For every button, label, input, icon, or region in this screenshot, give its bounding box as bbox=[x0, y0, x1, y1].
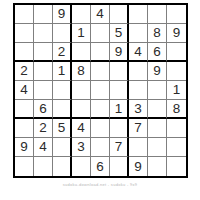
cell-r2c7[interactable] bbox=[129, 24, 148, 43]
cell-r6c4[interactable] bbox=[72, 100, 91, 119]
given-digit: 3 bbox=[134, 102, 142, 116]
cell-r7c3[interactable]: 5 bbox=[53, 119, 72, 138]
given-digit: 4 bbox=[77, 121, 85, 135]
cell-r1c6[interactable] bbox=[110, 5, 129, 24]
cell-r4c3[interactable]: 1 bbox=[53, 62, 72, 81]
cell-r5c7[interactable] bbox=[129, 81, 148, 100]
cell-r9c5[interactable]: 6 bbox=[91, 157, 110, 176]
given-digit: 4 bbox=[96, 7, 104, 21]
cell-r7c8[interactable] bbox=[148, 119, 167, 138]
cell-r7c1[interactable] bbox=[15, 119, 34, 138]
given-digit: 4 bbox=[134, 45, 142, 59]
given-digit: 9 bbox=[134, 160, 142, 174]
cell-r2c6[interactable]: 5 bbox=[110, 24, 129, 43]
given-digit: 1 bbox=[173, 83, 181, 97]
given-digit: 7 bbox=[134, 121, 142, 135]
cell-r3c1[interactable] bbox=[15, 43, 34, 62]
cell-r4c5[interactable] bbox=[91, 62, 110, 81]
cell-r5c8[interactable] bbox=[148, 81, 167, 100]
cell-r4c7[interactable] bbox=[129, 62, 148, 81]
given-digit: 1 bbox=[115, 102, 123, 116]
cell-r3c3[interactable]: 2 bbox=[53, 43, 72, 62]
cell-r1c5[interactable]: 4 bbox=[91, 5, 110, 24]
given-digit: 7 bbox=[115, 140, 123, 154]
given-digit: 9 bbox=[20, 140, 28, 154]
cell-r8c5[interactable] bbox=[91, 138, 110, 157]
cell-r1c8[interactable] bbox=[148, 5, 167, 24]
given-digit: 9 bbox=[115, 45, 123, 59]
cell-r1c9[interactable] bbox=[167, 5, 186, 24]
cell-r3c9[interactable] bbox=[167, 43, 186, 62]
cell-r7c2[interactable]: 2 bbox=[34, 119, 53, 138]
given-digit: 8 bbox=[77, 64, 85, 78]
cell-r8c6[interactable]: 7 bbox=[110, 138, 129, 157]
cell-r7c9[interactable] bbox=[167, 119, 186, 138]
cell-r9c2[interactable] bbox=[34, 157, 53, 176]
cell-r4c1[interactable]: 2 bbox=[15, 62, 34, 81]
cell-r6c8[interactable] bbox=[148, 100, 167, 119]
cell-r7c4[interactable]: 4 bbox=[72, 119, 91, 138]
cell-r9c7[interactable]: 9 bbox=[129, 157, 148, 176]
cell-r3c6[interactable]: 9 bbox=[110, 43, 129, 62]
cell-r2c3[interactable] bbox=[53, 24, 72, 43]
cell-r3c7[interactable]: 4 bbox=[129, 43, 148, 62]
cell-r2c9[interactable]: 9 bbox=[167, 24, 186, 43]
cell-r9c6[interactable] bbox=[110, 157, 129, 176]
cell-r8c8[interactable] bbox=[148, 138, 167, 157]
given-digit: 2 bbox=[58, 45, 66, 59]
cell-r9c4[interactable] bbox=[72, 157, 91, 176]
cell-r5c9[interactable]: 1 bbox=[167, 81, 186, 100]
given-digit: 6 bbox=[39, 102, 47, 116]
cell-r9c8[interactable] bbox=[148, 157, 167, 176]
cell-r1c7[interactable] bbox=[129, 5, 148, 24]
cell-r8c7[interactable] bbox=[129, 138, 148, 157]
cell-r8c9[interactable] bbox=[167, 138, 186, 157]
cell-r9c3[interactable] bbox=[53, 157, 72, 176]
given-digit: 1 bbox=[58, 64, 66, 78]
given-digit: 8 bbox=[173, 102, 181, 116]
cell-r8c2[interactable]: 4 bbox=[34, 138, 53, 157]
cell-r6c7[interactable]: 3 bbox=[129, 100, 148, 119]
cell-r6c6[interactable]: 1 bbox=[110, 100, 129, 119]
given-digit: 5 bbox=[115, 26, 123, 40]
cell-r3c4[interactable] bbox=[72, 43, 91, 62]
given-digit: 3 bbox=[77, 140, 85, 154]
cell-r6c5[interactable] bbox=[91, 100, 110, 119]
cell-r4c8[interactable]: 9 bbox=[148, 62, 167, 81]
given-digit: 6 bbox=[153, 45, 161, 59]
cell-r6c1[interactable] bbox=[15, 100, 34, 119]
cell-r9c9[interactable] bbox=[167, 157, 186, 176]
given-digit: 8 bbox=[153, 26, 161, 40]
cell-r4c4[interactable]: 8 bbox=[72, 62, 91, 81]
cell-r2c8[interactable]: 8 bbox=[148, 24, 167, 43]
given-digit: 4 bbox=[20, 83, 28, 97]
given-digit: 9 bbox=[173, 26, 181, 40]
cell-r6c2[interactable]: 6 bbox=[34, 100, 53, 119]
given-digit: 9 bbox=[58, 7, 66, 21]
given-digit: 9 bbox=[153, 64, 161, 78]
cell-r4c6[interactable] bbox=[110, 62, 129, 81]
given-digit: 5 bbox=[58, 121, 66, 135]
sudoku-page: 941589294621894161382547943769 sudoku-do… bbox=[0, 0, 200, 200]
cell-r1c1[interactable] bbox=[15, 5, 34, 24]
cell-r5c5[interactable] bbox=[91, 81, 110, 100]
cell-r2c1[interactable] bbox=[15, 24, 34, 43]
cell-r2c2[interactable] bbox=[34, 24, 53, 43]
cell-r5c1[interactable]: 4 bbox=[15, 81, 34, 100]
cell-r3c8[interactable]: 6 bbox=[148, 43, 167, 62]
cell-r8c4[interactable]: 3 bbox=[72, 138, 91, 157]
cell-r9c1[interactable] bbox=[15, 157, 34, 176]
given-digit: 6 bbox=[96, 160, 104, 174]
cell-r5c3[interactable] bbox=[53, 81, 72, 100]
watermark-text: sudoku-download.net - sudoku - 9x9 bbox=[0, 182, 200, 187]
cell-r2c5[interactable] bbox=[91, 24, 110, 43]
cell-r8c1[interactable]: 9 bbox=[15, 138, 34, 157]
cell-r1c2[interactable] bbox=[34, 5, 53, 24]
cell-r5c4[interactable] bbox=[72, 81, 91, 100]
cell-r4c9[interactable] bbox=[167, 62, 186, 81]
cell-r5c6[interactable] bbox=[110, 81, 129, 100]
cell-r4c2[interactable] bbox=[34, 62, 53, 81]
cell-r3c5[interactable] bbox=[91, 43, 110, 62]
cell-r2c4[interactable]: 1 bbox=[72, 24, 91, 43]
cell-r3c2[interactable] bbox=[34, 43, 53, 62]
cell-r6c9[interactable]: 8 bbox=[167, 100, 186, 119]
cell-r8c3[interactable] bbox=[53, 138, 72, 157]
cell-r1c4[interactable] bbox=[72, 5, 91, 24]
given-digit: 2 bbox=[20, 64, 28, 78]
cell-r6c3[interactable] bbox=[53, 100, 72, 119]
cell-r7c6[interactable] bbox=[110, 119, 129, 138]
cell-r7c7[interactable]: 7 bbox=[129, 119, 148, 138]
cell-r5c2[interactable] bbox=[34, 81, 53, 100]
cell-r1c3[interactable]: 9 bbox=[53, 5, 72, 24]
given-digit: 2 bbox=[39, 121, 47, 135]
given-digit: 1 bbox=[77, 26, 85, 40]
given-digit: 4 bbox=[39, 140, 47, 154]
sudoku-board: 941589294621894161382547943769 bbox=[13, 3, 188, 178]
cell-r7c5[interactable] bbox=[91, 119, 110, 138]
